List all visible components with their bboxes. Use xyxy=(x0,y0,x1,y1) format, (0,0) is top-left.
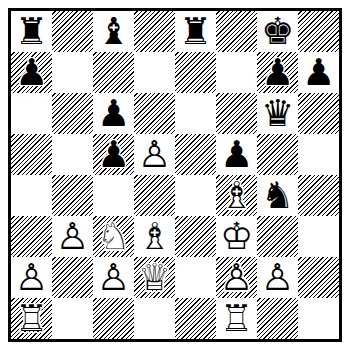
white-king-glyph: ♔ xyxy=(216,216,257,257)
square-g7[interactable]: ♟ xyxy=(257,52,298,93)
square-c5[interactable]: ♟ xyxy=(93,134,134,175)
white-pawn-f2: ♟♙ xyxy=(216,257,257,298)
white-bishop-d3: ♝♗ xyxy=(134,216,175,257)
square-g2[interactable]: ♟♙ xyxy=(257,257,298,298)
square-e8[interactable]: ♜ xyxy=(175,11,216,52)
board-frame: ♜♝♜♚♟♟♟♟♛♟♟♙♟♝♗♞♟♙♞♘♝♗♚♔♟♙♟♙♛♕♟♙♟♙♜♖♜♖ xyxy=(8,8,342,342)
black-pawn-c6: ♟ xyxy=(93,93,134,134)
black-king-g8: ♚ xyxy=(257,11,298,52)
square-a3[interactable] xyxy=(11,216,52,257)
square-h7[interactable]: ♟ xyxy=(298,52,339,93)
white-pawn-glyph: ♙ xyxy=(52,216,93,257)
white-pawn-glyph: ♙ xyxy=(93,257,134,298)
black-bishop-c8: ♝ xyxy=(93,11,134,52)
square-f3[interactable]: ♚♔ xyxy=(216,216,257,257)
black-pawn-glyph: ♟ xyxy=(11,52,52,93)
square-a4[interactable] xyxy=(11,175,52,216)
square-h3[interactable] xyxy=(298,216,339,257)
square-d5[interactable]: ♟♙ xyxy=(134,134,175,175)
square-d4[interactable] xyxy=(134,175,175,216)
square-b1[interactable] xyxy=(52,298,93,339)
square-g4[interactable]: ♞ xyxy=(257,175,298,216)
square-f7[interactable] xyxy=(216,52,257,93)
square-g3[interactable] xyxy=(257,216,298,257)
white-bishop-glyph: ♗ xyxy=(216,175,257,216)
black-rook-a8: ♜ xyxy=(11,11,52,52)
black-queen-g6: ♛ xyxy=(257,93,298,134)
chess-diagram: ♜♝♜♚♟♟♟♟♛♟♟♙♟♝♗♞♟♙♞♘♝♗♚♔♟♙♟♙♛♕♟♙♟♙♜♖♜♖ xyxy=(0,0,350,350)
black-pawn-a7: ♟ xyxy=(11,52,52,93)
white-rook-f1: ♜♖ xyxy=(216,298,257,339)
white-pawn-glyph: ♙ xyxy=(11,257,52,298)
square-e2[interactable] xyxy=(175,257,216,298)
black-pawn-glyph: ♟ xyxy=(93,93,134,134)
white-queen-d2: ♛♕ xyxy=(134,257,175,298)
black-pawn-glyph: ♟ xyxy=(93,134,134,175)
white-knight-glyph: ♘ xyxy=(93,216,134,257)
square-c3[interactable]: ♞♘ xyxy=(93,216,134,257)
black-pawn-glyph: ♟ xyxy=(216,134,257,175)
square-g6[interactable]: ♛ xyxy=(257,93,298,134)
black-rook-glyph: ♜ xyxy=(11,11,52,52)
white-pawn-glyph: ♙ xyxy=(216,257,257,298)
square-d3[interactable]: ♝♗ xyxy=(134,216,175,257)
white-pawn-g2: ♟♙ xyxy=(257,257,298,298)
white-pawn-c2: ♟♙ xyxy=(93,257,134,298)
square-a8[interactable]: ♜ xyxy=(11,11,52,52)
square-d7[interactable] xyxy=(134,52,175,93)
square-e7[interactable] xyxy=(175,52,216,93)
square-d6[interactable] xyxy=(134,93,175,134)
chess-board: ♜♝♜♚♟♟♟♟♛♟♟♙♟♝♗♞♟♙♞♘♝♗♚♔♟♙♟♙♛♕♟♙♟♙♜♖♜♖ xyxy=(11,11,339,339)
black-pawn-f5: ♟ xyxy=(216,134,257,175)
black-king-glyph: ♚ xyxy=(257,11,298,52)
white-pawn-b3: ♟♙ xyxy=(52,216,93,257)
square-a7[interactable]: ♟ xyxy=(11,52,52,93)
square-c2[interactable]: ♟♙ xyxy=(93,257,134,298)
square-f2[interactable]: ♟♙ xyxy=(216,257,257,298)
white-queen-glyph: ♕ xyxy=(134,257,175,298)
square-e6[interactable] xyxy=(175,93,216,134)
square-e5[interactable] xyxy=(175,134,216,175)
square-b5[interactable] xyxy=(52,134,93,175)
white-rook-a1: ♜♖ xyxy=(11,298,52,339)
square-h1[interactable] xyxy=(298,298,339,339)
square-h5[interactable] xyxy=(298,134,339,175)
white-king-f3: ♚♔ xyxy=(216,216,257,257)
square-b6[interactable] xyxy=(52,93,93,134)
square-e1[interactable] xyxy=(175,298,216,339)
square-b8[interactable] xyxy=(52,11,93,52)
black-rook-glyph: ♜ xyxy=(175,11,216,52)
square-g5[interactable] xyxy=(257,134,298,175)
square-c4[interactable] xyxy=(93,175,134,216)
square-a1[interactable]: ♜♖ xyxy=(11,298,52,339)
square-f5[interactable]: ♟ xyxy=(216,134,257,175)
square-g8[interactable]: ♚ xyxy=(257,11,298,52)
white-rook-glyph: ♖ xyxy=(216,298,257,339)
square-d8[interactable] xyxy=(134,11,175,52)
square-a2[interactable]: ♟♙ xyxy=(11,257,52,298)
black-pawn-h7: ♟ xyxy=(298,52,339,93)
black-knight-g4: ♞ xyxy=(257,175,298,216)
black-queen-glyph: ♛ xyxy=(257,93,298,134)
black-pawn-c5: ♟ xyxy=(93,134,134,175)
white-rook-glyph: ♖ xyxy=(11,298,52,339)
square-h8[interactable] xyxy=(298,11,339,52)
square-d2[interactable]: ♛♕ xyxy=(134,257,175,298)
square-c6[interactable]: ♟ xyxy=(93,93,134,134)
black-pawn-g7: ♟ xyxy=(257,52,298,93)
square-e4[interactable] xyxy=(175,175,216,216)
square-b4[interactable] xyxy=(52,175,93,216)
black-bishop-glyph: ♝ xyxy=(93,11,134,52)
black-pawn-glyph: ♟ xyxy=(257,52,298,93)
square-f8[interactable] xyxy=(216,11,257,52)
white-bishop-glyph: ♗ xyxy=(134,216,175,257)
square-b7[interactable] xyxy=(52,52,93,93)
white-pawn-glyph: ♙ xyxy=(257,257,298,298)
white-pawn-d5: ♟♙ xyxy=(134,134,175,175)
black-pawn-glyph: ♟ xyxy=(298,52,339,93)
square-c8[interactable]: ♝ xyxy=(93,11,134,52)
square-e3[interactable] xyxy=(175,216,216,257)
square-f6[interactable] xyxy=(216,93,257,134)
square-f1[interactable]: ♜♖ xyxy=(216,298,257,339)
white-knight-c3: ♞♘ xyxy=(93,216,134,257)
white-pawn-a2: ♟♙ xyxy=(11,257,52,298)
square-g1[interactable] xyxy=(257,298,298,339)
square-a6[interactable] xyxy=(11,93,52,134)
square-h2[interactable] xyxy=(298,257,339,298)
square-f4[interactable]: ♝♗ xyxy=(216,175,257,216)
square-c7[interactable] xyxy=(93,52,134,93)
square-c1[interactable] xyxy=(93,298,134,339)
black-rook-e8: ♜ xyxy=(175,11,216,52)
black-knight-glyph: ♞ xyxy=(257,175,298,216)
square-b3[interactable]: ♟♙ xyxy=(52,216,93,257)
white-bishop-f4: ♝♗ xyxy=(216,175,257,216)
square-h6[interactable] xyxy=(298,93,339,134)
square-b2[interactable] xyxy=(52,257,93,298)
square-h4[interactable] xyxy=(298,175,339,216)
square-a5[interactable] xyxy=(11,134,52,175)
white-pawn-glyph: ♙ xyxy=(134,134,175,175)
square-d1[interactable] xyxy=(134,298,175,339)
